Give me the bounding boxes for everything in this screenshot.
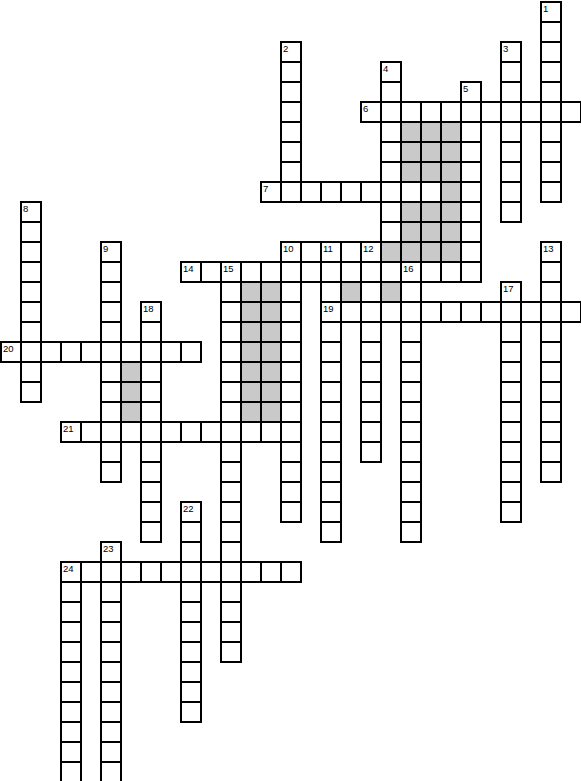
letter-cell[interactable] bbox=[60, 681, 82, 703]
letter-cell[interactable] bbox=[320, 281, 342, 303]
letter-cell[interactable] bbox=[140, 301, 162, 323]
letter-cell[interactable] bbox=[320, 241, 342, 263]
blocked-cell bbox=[400, 161, 422, 183]
letter-cell[interactable] bbox=[180, 421, 202, 443]
letter-cell[interactable] bbox=[400, 341, 422, 363]
letter-cell[interactable] bbox=[220, 301, 242, 323]
letter-cell[interactable] bbox=[100, 581, 122, 603]
letter-cell[interactable] bbox=[80, 561, 102, 583]
letter-cell[interactable] bbox=[140, 561, 162, 583]
blocked-cell bbox=[380, 281, 402, 303]
letter-cell[interactable] bbox=[500, 181, 522, 203]
letter-cell[interactable] bbox=[100, 461, 122, 483]
letter-cell[interactable] bbox=[360, 241, 382, 263]
letter-cell[interactable] bbox=[220, 501, 242, 523]
letter-cell[interactable] bbox=[220, 281, 242, 303]
letter-cell[interactable] bbox=[100, 341, 122, 363]
letter-cell[interactable] bbox=[200, 261, 222, 283]
letter-cell[interactable] bbox=[440, 261, 462, 283]
letter-cell[interactable] bbox=[140, 521, 162, 543]
letter-cell[interactable] bbox=[60, 701, 82, 723]
letter-cell[interactable] bbox=[500, 381, 522, 403]
letter-cell[interactable] bbox=[500, 341, 522, 363]
letter-cell[interactable] bbox=[380, 121, 402, 143]
letter-cell[interactable] bbox=[180, 661, 202, 683]
letter-cell[interactable] bbox=[200, 421, 222, 443]
letter-cell[interactable] bbox=[280, 481, 302, 503]
letter-cell[interactable] bbox=[60, 641, 82, 663]
letter-cell[interactable] bbox=[380, 181, 402, 203]
letter-cell[interactable] bbox=[340, 301, 362, 323]
letter-cell[interactable] bbox=[280, 341, 302, 363]
letter-cell[interactable] bbox=[280, 161, 302, 183]
letter-cell[interactable] bbox=[280, 61, 302, 83]
letter-cell[interactable] bbox=[100, 741, 122, 763]
letter-cell[interactable] bbox=[220, 521, 242, 543]
letter-cell[interactable] bbox=[380, 301, 402, 323]
letter-cell[interactable] bbox=[180, 601, 202, 623]
letter-cell[interactable] bbox=[160, 341, 182, 363]
letter-cell[interactable] bbox=[280, 141, 302, 163]
letter-cell[interactable] bbox=[20, 361, 42, 383]
letter-cell[interactable] bbox=[280, 101, 302, 123]
letter-cell[interactable] bbox=[220, 401, 242, 423]
letter-cell[interactable] bbox=[20, 201, 42, 223]
blocked-cell bbox=[120, 401, 142, 423]
letter-cell[interactable] bbox=[460, 161, 482, 183]
letter-cell[interactable] bbox=[500, 201, 522, 223]
blocked-cell bbox=[400, 141, 422, 163]
letter-cell[interactable] bbox=[460, 241, 482, 263]
letter-cell[interactable] bbox=[100, 761, 122, 781]
blocked-cell bbox=[420, 241, 442, 263]
letter-cell[interactable] bbox=[260, 421, 282, 443]
letter-cell[interactable] bbox=[300, 241, 322, 263]
letter-cell[interactable] bbox=[160, 421, 182, 443]
blocked-cell bbox=[260, 341, 282, 363]
letter-cell[interactable] bbox=[360, 381, 382, 403]
letter-cell[interactable] bbox=[400, 441, 422, 463]
letter-cell[interactable] bbox=[320, 441, 342, 463]
letter-cell[interactable] bbox=[60, 741, 82, 763]
letter-cell[interactable] bbox=[60, 761, 82, 781]
letter-cell[interactable] bbox=[220, 421, 242, 443]
letter-cell[interactable] bbox=[500, 401, 522, 423]
letter-cell[interactable] bbox=[380, 221, 402, 243]
blocked-cell bbox=[240, 361, 262, 383]
letter-cell[interactable] bbox=[100, 681, 122, 703]
letter-cell[interactable] bbox=[280, 281, 302, 303]
letter-cell[interactable] bbox=[280, 441, 302, 463]
letter-cell[interactable] bbox=[180, 501, 202, 523]
letter-cell[interactable] bbox=[280, 401, 302, 423]
letter-cell[interactable] bbox=[220, 341, 242, 363]
letter-cell[interactable] bbox=[380, 201, 402, 223]
letter-cell[interactable] bbox=[400, 361, 422, 383]
letter-cell[interactable] bbox=[100, 541, 122, 563]
blocked-cell bbox=[440, 141, 462, 163]
letter-cell[interactable] bbox=[500, 141, 522, 163]
letter-cell[interactable] bbox=[540, 421, 562, 443]
letter-cell[interactable] bbox=[500, 501, 522, 523]
blocked-cell bbox=[440, 181, 462, 203]
letter-cell[interactable] bbox=[500, 321, 522, 343]
blocked-cell bbox=[260, 381, 282, 403]
letter-cell[interactable] bbox=[20, 321, 42, 343]
letter-cell[interactable] bbox=[220, 641, 242, 663]
letter-cell[interactable] bbox=[500, 121, 522, 143]
blocked-cell bbox=[420, 221, 442, 243]
blocked-cell bbox=[400, 241, 422, 263]
letter-cell[interactable] bbox=[280, 241, 302, 263]
letter-cell[interactable] bbox=[540, 401, 562, 423]
letter-cell[interactable] bbox=[60, 341, 82, 363]
letter-cell[interactable] bbox=[460, 141, 482, 163]
letter-cell[interactable] bbox=[20, 381, 42, 403]
letter-cell[interactable] bbox=[500, 441, 522, 463]
letter-cell[interactable] bbox=[500, 41, 522, 63]
letter-cell[interactable] bbox=[100, 261, 122, 283]
letter-cell[interactable] bbox=[420, 301, 442, 323]
letter-cell[interactable] bbox=[100, 241, 122, 263]
letter-cell[interactable] bbox=[100, 401, 122, 423]
letter-cell[interactable] bbox=[60, 721, 82, 743]
letter-cell[interactable] bbox=[400, 461, 422, 483]
letter-cell[interactable] bbox=[20, 281, 42, 303]
letter-cell[interactable] bbox=[220, 321, 242, 343]
letter-cell[interactable] bbox=[180, 641, 202, 663]
letter-cell[interactable] bbox=[360, 101, 382, 123]
letter-cell[interactable] bbox=[540, 41, 562, 63]
letter-cell[interactable] bbox=[400, 101, 422, 123]
letter-cell[interactable] bbox=[280, 121, 302, 143]
letter-cell[interactable] bbox=[380, 261, 402, 283]
letter-cell[interactable] bbox=[320, 481, 342, 503]
letter-cell[interactable] bbox=[100, 321, 122, 343]
letter-cell[interactable] bbox=[320, 521, 342, 543]
letter-cell[interactable] bbox=[260, 261, 282, 283]
letter-cell[interactable] bbox=[220, 381, 242, 403]
letter-cell[interactable] bbox=[360, 261, 382, 283]
blocked-cell bbox=[400, 201, 422, 223]
letter-cell[interactable] bbox=[400, 181, 422, 203]
letter-cell[interactable] bbox=[120, 561, 142, 583]
letter-cell[interactable] bbox=[140, 401, 162, 423]
letter-cell[interactable] bbox=[320, 341, 342, 363]
letter-cell[interactable] bbox=[500, 481, 522, 503]
letter-cell[interactable] bbox=[120, 421, 142, 443]
letter-cell[interactable] bbox=[440, 301, 462, 323]
letter-cell[interactable] bbox=[540, 381, 562, 403]
letter-cell[interactable] bbox=[540, 81, 562, 103]
letter-cell[interactable] bbox=[400, 261, 422, 283]
letter-cell[interactable] bbox=[340, 241, 362, 263]
letter-cell[interactable] bbox=[500, 81, 522, 103]
letter-cell[interactable] bbox=[100, 301, 122, 323]
letter-cell[interactable] bbox=[180, 621, 202, 643]
letter-cell[interactable] bbox=[540, 301, 562, 323]
letter-cell[interactable] bbox=[180, 341, 202, 363]
letter-cell[interactable] bbox=[220, 621, 242, 643]
blocked-cell bbox=[240, 341, 262, 363]
letter-cell[interactable] bbox=[320, 361, 342, 383]
letter-cell[interactable] bbox=[540, 241, 562, 263]
blocked-cell bbox=[260, 361, 282, 383]
letter-cell[interactable] bbox=[140, 321, 162, 343]
letter-cell[interactable] bbox=[540, 341, 562, 363]
letter-cell[interactable] bbox=[60, 621, 82, 643]
letter-cell[interactable] bbox=[120, 341, 142, 363]
blocked-cell bbox=[240, 401, 262, 423]
letter-cell[interactable] bbox=[340, 261, 362, 283]
letter-cell[interactable] bbox=[100, 421, 122, 443]
letter-cell[interactable] bbox=[280, 261, 302, 283]
letter-cell[interactable] bbox=[220, 541, 242, 563]
letter-cell[interactable] bbox=[280, 561, 302, 583]
letter-cell[interactable] bbox=[400, 281, 422, 303]
letter-cell[interactable] bbox=[460, 301, 482, 323]
letter-cell[interactable] bbox=[460, 221, 482, 243]
letter-cell[interactable] bbox=[100, 561, 122, 583]
letter-cell[interactable] bbox=[540, 161, 562, 183]
letter-cell[interactable] bbox=[140, 501, 162, 523]
letter-cell[interactable] bbox=[180, 681, 202, 703]
letter-cell[interactable] bbox=[500, 161, 522, 183]
letter-cell[interactable] bbox=[400, 501, 422, 523]
letter-cell[interactable] bbox=[540, 101, 562, 123]
letter-cell[interactable] bbox=[400, 481, 422, 503]
letter-cell[interactable] bbox=[480, 301, 502, 323]
letter-cell[interactable] bbox=[500, 461, 522, 483]
letter-cell[interactable] bbox=[180, 541, 202, 563]
letter-cell[interactable] bbox=[240, 421, 262, 443]
letter-cell[interactable] bbox=[100, 721, 122, 743]
letter-cell[interactable] bbox=[100, 601, 122, 623]
blocked-cell bbox=[260, 301, 282, 323]
letter-cell[interactable] bbox=[540, 1, 562, 23]
letter-cell[interactable] bbox=[500, 61, 522, 83]
letter-cell[interactable] bbox=[520, 101, 542, 123]
letter-cell[interactable] bbox=[540, 461, 562, 483]
letter-cell[interactable] bbox=[220, 261, 242, 283]
letter-cell[interactable] bbox=[400, 401, 422, 423]
letter-cell[interactable] bbox=[560, 301, 581, 323]
letter-cell[interactable] bbox=[460, 181, 482, 203]
letter-cell[interactable] bbox=[320, 381, 342, 403]
letter-cell[interactable] bbox=[100, 361, 122, 383]
letter-cell[interactable] bbox=[540, 141, 562, 163]
letter-cell[interactable] bbox=[280, 461, 302, 483]
letter-cell[interactable] bbox=[220, 581, 242, 603]
letter-cell[interactable] bbox=[60, 581, 82, 603]
letter-cell[interactable] bbox=[540, 321, 562, 343]
letter-cell[interactable] bbox=[380, 141, 402, 163]
letter-cell[interactable] bbox=[140, 481, 162, 503]
letter-cell[interactable] bbox=[20, 301, 42, 323]
letter-cell[interactable] bbox=[100, 281, 122, 303]
letter-cell[interactable] bbox=[540, 361, 562, 383]
letter-cell[interactable] bbox=[320, 501, 342, 523]
letter-cell[interactable] bbox=[140, 381, 162, 403]
letter-cell[interactable] bbox=[320, 181, 342, 203]
letter-cell[interactable] bbox=[100, 701, 122, 723]
letter-cell[interactable] bbox=[220, 461, 242, 483]
letter-cell[interactable] bbox=[280, 181, 302, 203]
letter-cell[interactable] bbox=[280, 501, 302, 523]
crossword-puzzle: 123456789101112131415161718192021222324 bbox=[0, 0, 581, 781]
letter-cell[interactable] bbox=[400, 421, 422, 443]
blocked-cell bbox=[420, 161, 442, 183]
letter-cell[interactable] bbox=[320, 301, 342, 323]
letter-cell[interactable] bbox=[460, 81, 482, 103]
letter-cell[interactable] bbox=[460, 101, 482, 123]
letter-cell[interactable] bbox=[60, 661, 82, 683]
blocked-cell bbox=[400, 121, 422, 143]
letter-cell[interactable] bbox=[20, 241, 42, 263]
letter-cell[interactable] bbox=[380, 101, 402, 123]
letter-cell[interactable] bbox=[540, 281, 562, 303]
letter-cell[interactable] bbox=[380, 61, 402, 83]
letter-cell[interactable] bbox=[180, 261, 202, 283]
letter-cell[interactable] bbox=[540, 121, 562, 143]
blocked-cell bbox=[440, 161, 462, 183]
letter-cell[interactable] bbox=[280, 361, 302, 383]
blocked-cell bbox=[240, 381, 262, 403]
letter-cell[interactable] bbox=[360, 321, 382, 343]
letter-cell[interactable] bbox=[400, 381, 422, 403]
letter-cell[interactable] bbox=[220, 481, 242, 503]
letter-cell[interactable] bbox=[460, 121, 482, 143]
letter-cell[interactable] bbox=[460, 201, 482, 223]
letter-cell[interactable] bbox=[140, 341, 162, 363]
letter-cell[interactable] bbox=[0, 341, 22, 363]
letter-cell[interactable] bbox=[500, 101, 522, 123]
letter-cell[interactable] bbox=[20, 221, 42, 243]
blocked-cell bbox=[440, 121, 462, 143]
blocked-cell bbox=[240, 321, 262, 343]
letter-cell[interactable] bbox=[140, 461, 162, 483]
letter-cell[interactable] bbox=[20, 341, 42, 363]
blocked-cell bbox=[440, 241, 462, 263]
letter-cell[interactable] bbox=[500, 421, 522, 443]
letter-cell[interactable] bbox=[420, 261, 442, 283]
letter-cell[interactable] bbox=[160, 561, 182, 583]
letter-cell[interactable] bbox=[80, 341, 102, 363]
letter-cell[interactable] bbox=[540, 21, 562, 43]
letter-cell[interactable] bbox=[100, 661, 122, 683]
letter-cell[interactable] bbox=[140, 441, 162, 463]
letter-cell[interactable] bbox=[140, 421, 162, 443]
letter-cell[interactable] bbox=[540, 181, 562, 203]
blocked-cell bbox=[120, 361, 142, 383]
letter-cell[interactable] bbox=[180, 521, 202, 543]
blocked-cell bbox=[400, 221, 422, 243]
letter-cell[interactable] bbox=[360, 281, 382, 303]
letter-cell[interactable] bbox=[360, 441, 382, 463]
letter-cell[interactable] bbox=[440, 101, 462, 123]
letter-cell[interactable] bbox=[480, 101, 502, 123]
letter-cell[interactable] bbox=[360, 361, 382, 383]
letter-cell[interactable] bbox=[280, 301, 302, 323]
blocked-cell bbox=[420, 121, 442, 143]
letter-cell[interactable] bbox=[300, 181, 322, 203]
letter-cell[interactable] bbox=[280, 41, 302, 63]
blocked-cell bbox=[260, 321, 282, 343]
letter-cell[interactable] bbox=[200, 561, 222, 583]
letter-cell[interactable] bbox=[20, 261, 42, 283]
letter-cell[interactable] bbox=[260, 181, 282, 203]
blocked-cell bbox=[340, 281, 362, 303]
letter-cell[interactable] bbox=[380, 81, 402, 103]
letter-cell[interactable] bbox=[460, 261, 482, 283]
letter-cell[interactable] bbox=[280, 321, 302, 343]
letter-cell[interactable] bbox=[220, 601, 242, 623]
letter-cell[interactable] bbox=[320, 261, 342, 283]
letter-cell[interactable] bbox=[180, 561, 202, 583]
blocked-cell bbox=[420, 201, 442, 223]
letter-cell[interactable] bbox=[180, 701, 202, 723]
letter-cell[interactable] bbox=[420, 181, 442, 203]
letter-cell[interactable] bbox=[540, 441, 562, 463]
letter-cell[interactable] bbox=[220, 441, 242, 463]
letter-cell[interactable] bbox=[360, 181, 382, 203]
blocked-cell bbox=[440, 221, 462, 243]
letter-cell[interactable] bbox=[400, 301, 422, 323]
letter-cell[interactable] bbox=[360, 341, 382, 363]
letter-cell[interactable] bbox=[540, 61, 562, 83]
letter-cell[interactable] bbox=[300, 261, 322, 283]
letter-cell[interactable] bbox=[80, 421, 102, 443]
letter-cell[interactable] bbox=[320, 321, 342, 343]
letter-cell[interactable] bbox=[420, 101, 442, 123]
letter-cell[interactable] bbox=[380, 161, 402, 183]
letter-cell[interactable] bbox=[320, 401, 342, 423]
letter-cell[interactable] bbox=[360, 421, 382, 443]
letter-cell[interactable] bbox=[180, 581, 202, 603]
letter-cell[interactable] bbox=[280, 381, 302, 403]
letter-cell[interactable] bbox=[360, 301, 382, 323]
letter-cell[interactable] bbox=[40, 341, 62, 363]
letter-cell[interactable] bbox=[540, 261, 562, 283]
letter-cell[interactable] bbox=[260, 561, 282, 583]
letter-cell[interactable] bbox=[400, 521, 422, 543]
letter-cell[interactable] bbox=[60, 601, 82, 623]
letter-cell[interactable] bbox=[220, 361, 242, 383]
letter-cell[interactable] bbox=[100, 441, 122, 463]
letter-cell[interactable] bbox=[360, 401, 382, 423]
letter-cell[interactable] bbox=[500, 281, 522, 303]
letter-cell[interactable] bbox=[240, 261, 262, 283]
letter-cell[interactable] bbox=[60, 561, 82, 583]
letter-cell[interactable] bbox=[100, 621, 122, 643]
letter-cell[interactable] bbox=[240, 561, 262, 583]
letter-cell[interactable] bbox=[560, 101, 581, 123]
letter-cell[interactable] bbox=[340, 181, 362, 203]
letter-cell[interactable] bbox=[520, 301, 542, 323]
letter-cell[interactable] bbox=[400, 321, 422, 343]
letter-cell[interactable] bbox=[500, 361, 522, 383]
letter-cell[interactable] bbox=[320, 421, 342, 443]
letter-cell[interactable] bbox=[320, 461, 342, 483]
letter-cell[interactable] bbox=[60, 421, 82, 443]
letter-cell[interactable] bbox=[500, 301, 522, 323]
letter-cell[interactable] bbox=[280, 421, 302, 443]
letter-cell[interactable] bbox=[100, 381, 122, 403]
letter-cell[interactable] bbox=[100, 641, 122, 663]
letter-cell[interactable] bbox=[140, 361, 162, 383]
letter-cell[interactable] bbox=[220, 561, 242, 583]
letter-cell[interactable] bbox=[280, 81, 302, 103]
